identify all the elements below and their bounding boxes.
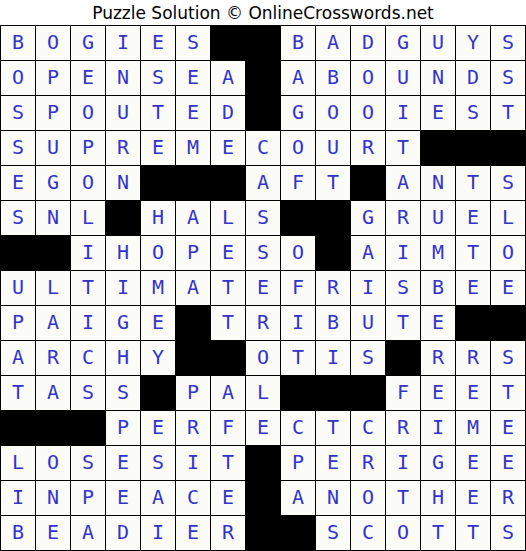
letter-cell: O [36,446,71,481]
letter-cell: S [491,26,526,61]
letter-cell: E [176,96,211,131]
letter-cell: S [141,61,176,96]
letter-cell: O [141,236,176,271]
letter-cell: E [141,411,176,446]
letter-cell: A [211,61,246,96]
letter-cell: B [316,306,351,341]
letter-cell: P [71,481,106,516]
letter-cell: S [141,446,176,481]
letter-cell: E [211,131,246,166]
letter-cell: Y [456,26,491,61]
letter-cell: P [176,236,211,271]
letter-cell: N [36,201,71,236]
letter-cell: O [36,26,71,61]
letter-cell: F [281,166,316,201]
letter-cell: T [456,166,491,201]
letter-cell: E [456,481,491,516]
black-cell [36,236,71,271]
letter-cell: I [351,271,386,306]
letter-cell: P [176,376,211,411]
letter-cell: O [491,236,526,271]
letter-cell: A [1,341,36,376]
letter-cell: R [456,341,491,376]
letter-cell: P [36,96,71,131]
letter-cell: O [351,481,386,516]
letter-cell: S [176,26,211,61]
letter-cell: U [316,131,351,166]
letter-cell: P [71,131,106,166]
letter-cell: D [456,61,491,96]
black-cell [456,131,491,166]
letter-cell: G [71,26,106,61]
letter-cell: M [141,271,176,306]
letter-cell: R [491,481,526,516]
letter-cell: T [491,96,526,131]
letter-cell: O [316,96,351,131]
black-cell [456,306,491,341]
letter-cell: G [36,166,71,201]
black-cell [246,61,281,96]
black-cell [1,236,36,271]
crossword-grid: BOGIESBADGUYSOPENSEAABOUNDSSPOUTEDGOOIES… [0,25,526,551]
black-cell [316,376,351,411]
letter-cell: T [211,446,246,481]
letter-cell: O [71,166,106,201]
letter-cell: A [211,376,246,411]
letter-cell: E [141,26,176,61]
letter-cell: T [386,481,421,516]
letter-cell: S [456,96,491,131]
letter-cell: E [456,446,491,481]
letter-cell: U [36,131,71,166]
letter-cell: R [351,131,386,166]
black-cell [211,26,246,61]
letter-cell: F [386,376,421,411]
puzzle-page: Puzzle Solution © OnlineCrosswords.net B… [0,0,526,551]
letter-cell: T [386,306,421,341]
letter-cell: A [281,481,316,516]
black-cell [141,166,176,201]
letter-cell: H [421,481,456,516]
letter-cell: O [1,61,36,96]
letter-cell: M [421,236,456,271]
letter-cell: S [491,516,526,551]
letter-cell: A [36,306,71,341]
letter-cell: L [1,446,36,481]
black-cell [176,341,211,376]
letter-cell: I [71,306,106,341]
letter-cell: E [316,446,351,481]
letter-cell: E [1,166,36,201]
letter-cell: U [386,61,421,96]
black-cell [246,26,281,61]
black-cell [281,516,316,551]
letter-cell: A [386,166,421,201]
black-cell [421,131,456,166]
letter-cell: E [421,376,456,411]
letter-cell: T [386,131,421,166]
letter-cell: U [106,96,141,131]
letter-cell: N [106,166,141,201]
letter-cell: R [106,131,141,166]
black-cell [316,236,351,271]
black-cell [281,376,316,411]
letter-cell: P [106,411,141,446]
letter-cell: E [211,236,246,271]
letter-cell: L [36,271,71,306]
black-cell [1,411,36,446]
letter-cell: S [491,61,526,96]
letter-cell: E [211,481,246,516]
letter-cell: E [106,446,141,481]
letter-cell: A [281,61,316,96]
letter-cell: I [106,271,141,306]
letter-cell: R [36,341,71,376]
letter-cell: C [281,411,316,446]
letter-cell: T [211,306,246,341]
letter-cell: L [491,201,526,236]
letter-cell: R [211,516,246,551]
letter-cell: T [316,166,351,201]
letter-cell: F [211,411,246,446]
letter-cell: E [106,481,141,516]
letter-cell: T [316,411,351,446]
letter-cell: C [351,516,386,551]
black-cell [106,201,141,236]
letter-cell: I [106,26,141,61]
letter-cell: L [246,376,281,411]
letter-cell: A [71,516,106,551]
letter-cell: A [316,26,351,61]
letter-cell: S [1,96,36,131]
letter-cell: C [246,131,281,166]
letter-cell: E [141,131,176,166]
black-cell [491,306,526,341]
letter-cell: I [386,446,421,481]
letter-cell: D [211,96,246,131]
letter-cell: R [246,306,281,341]
letter-cell: P [36,61,71,96]
letter-cell: L [71,201,106,236]
letter-cell: T [491,376,526,411]
letter-cell: B [281,26,316,61]
letter-cell: E [246,271,281,306]
letter-cell: A [246,166,281,201]
letter-cell: E [421,96,456,131]
black-cell [246,516,281,551]
letter-cell: T [456,516,491,551]
letter-cell: S [71,376,106,411]
letter-cell: C [351,411,386,446]
letter-cell: L [211,201,246,236]
letter-cell: P [281,446,316,481]
letter-cell: G [386,26,421,61]
letter-cell: R [421,341,456,376]
letter-cell: S [491,341,526,376]
letter-cell: S [106,376,141,411]
letter-cell: S [316,516,351,551]
letter-cell: C [71,341,106,376]
letter-cell: R [351,446,386,481]
black-cell [176,166,211,201]
black-cell [211,166,246,201]
letter-cell: N [36,481,71,516]
letter-cell: R [316,271,351,306]
letter-cell: I [176,446,211,481]
letter-cell: P [1,306,36,341]
letter-cell: M [176,131,211,166]
letter-cell: T [456,236,491,271]
black-cell [246,96,281,131]
letter-cell: S [491,166,526,201]
black-cell [246,446,281,481]
letter-cell: I [421,411,456,446]
letter-cell: I [281,306,316,341]
black-cell [386,341,421,376]
letter-cell: S [71,446,106,481]
letter-cell: O [281,131,316,166]
letter-cell: N [421,166,456,201]
letter-cell: E [456,201,491,236]
letter-cell: T [211,271,246,306]
black-cell [246,481,281,516]
letter-cell: O [351,61,386,96]
black-cell [36,411,71,446]
letter-cell: S [386,271,421,306]
black-cell [491,131,526,166]
letter-cell: O [351,96,386,131]
letter-cell: Y [141,341,176,376]
letter-cell: H [106,341,141,376]
letter-cell: A [176,271,211,306]
letter-cell: O [71,96,106,131]
letter-cell: B [1,516,36,551]
letter-cell: E [71,61,106,96]
letter-cell: S [1,201,36,236]
black-cell [281,201,316,236]
page-title: Puzzle Solution © OnlineCrosswords.net [0,0,526,25]
letter-cell: A [141,481,176,516]
letter-cell: T [141,96,176,131]
letter-cell: E [176,61,211,96]
letter-cell: H [106,236,141,271]
letter-cell: I [71,236,106,271]
letter-cell: F [281,271,316,306]
letter-cell: E [36,516,71,551]
letter-cell: T [71,271,106,306]
letter-cell: T [421,516,456,551]
black-cell [351,166,386,201]
black-cell [141,376,176,411]
letter-cell: S [246,201,281,236]
letter-cell: E [456,271,491,306]
letter-cell: G [281,96,316,131]
letter-cell: I [386,96,421,131]
letter-cell: O [386,516,421,551]
letter-cell: N [421,61,456,96]
black-cell [211,341,246,376]
letter-cell: G [421,446,456,481]
letter-cell: I [386,236,421,271]
letter-cell: E [176,516,211,551]
letter-cell: O [246,341,281,376]
letter-cell: D [351,26,386,61]
letter-cell: I [1,481,36,516]
black-cell [316,201,351,236]
black-cell [176,306,211,341]
letter-cell: N [106,61,141,96]
letter-cell: M [456,411,491,446]
letter-cell: D [106,516,141,551]
letter-cell: G [106,306,141,341]
letter-cell: E [456,376,491,411]
black-cell [351,376,386,411]
letter-cell: B [421,271,456,306]
letter-cell: E [246,411,281,446]
letter-cell: H [141,201,176,236]
letter-cell: I [316,341,351,376]
letter-cell: B [316,61,351,96]
letter-cell: R [386,411,421,446]
letter-cell: E [141,306,176,341]
letter-cell: E [491,411,526,446]
letter-cell: R [386,201,421,236]
letter-cell: S [351,341,386,376]
letter-cell: R [176,411,211,446]
letter-cell: T [1,376,36,411]
letter-cell: A [176,201,211,236]
letter-cell: G [351,201,386,236]
letter-cell: S [246,236,281,271]
letter-cell: E [491,271,526,306]
black-cell [71,411,106,446]
letter-cell: C [176,481,211,516]
letter-cell: B [1,26,36,61]
letter-cell: U [421,26,456,61]
letter-cell: U [1,271,36,306]
letter-cell: O [281,236,316,271]
letter-cell: U [421,201,456,236]
letter-cell: E [491,446,526,481]
letter-cell: A [351,236,386,271]
letter-cell: T [281,341,316,376]
letter-cell: N [316,481,351,516]
letter-cell: E [421,306,456,341]
letter-cell: A [36,376,71,411]
letter-cell: I [141,516,176,551]
letter-cell: S [1,131,36,166]
letter-cell: U [351,306,386,341]
